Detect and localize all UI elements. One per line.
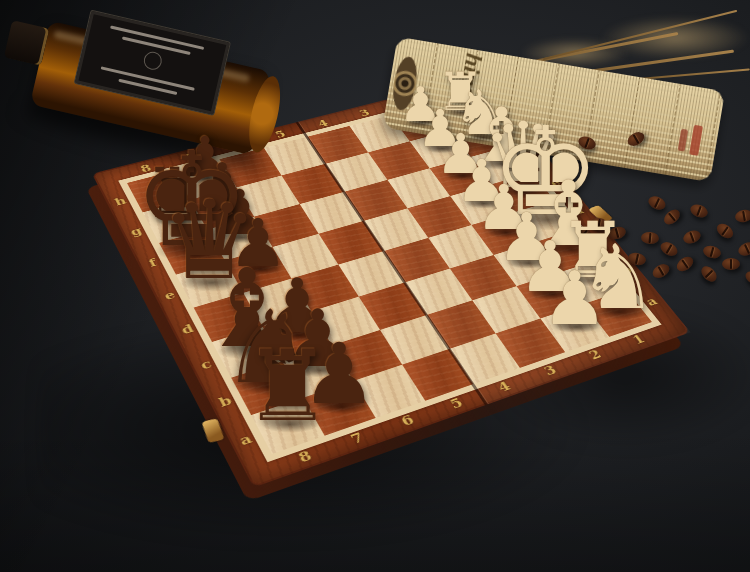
scene: 8765432187654321hgfedcbahgfedcba ♜♞♝♛♚♜♟… [0, 0, 750, 572]
coffee-bean [681, 228, 702, 245]
coffee-bean [736, 240, 750, 258]
coffee-bean [702, 244, 722, 260]
piece-black-rook-a8[interactable]: ♜ [244, 337, 332, 435]
coffee-bean [734, 209, 750, 224]
coffee-bean [658, 239, 680, 258]
coffee-bean [625, 129, 647, 148]
coffee-bean [698, 263, 719, 284]
coffee-bean [688, 202, 709, 219]
coffee-bean [661, 207, 683, 228]
piece-white-pawn-a2[interactable]: ♟ [542, 261, 608, 335]
coffee-bean [646, 194, 667, 212]
coffee-bean [743, 268, 750, 287]
coffee-bean [674, 254, 696, 274]
coffee-bean [714, 221, 736, 241]
coffee-bean [722, 258, 740, 270]
